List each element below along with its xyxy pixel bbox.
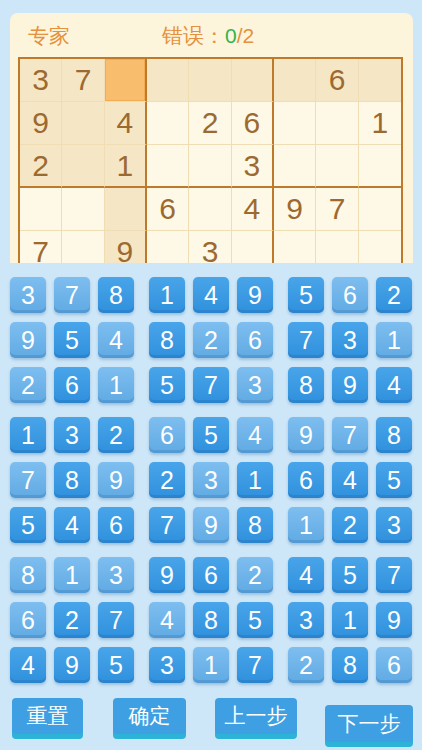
pad-tile-r6c1[interactable]: 5 [10,507,46,543]
board-cell-r4c2[interactable] [62,188,104,231]
pad-tile-r4c5[interactable]: 5 [193,417,229,453]
pad-tile-r3c1[interactable]: 2 [10,367,46,403]
board-cell-r1c6[interactable] [232,59,274,102]
board-cell-r3c2[interactable] [62,145,104,188]
number-pad-row: 954826731 [10,322,412,358]
board-cell-r1c4[interactable] [147,59,189,102]
pad-tile-r4c7[interactable]: 9 [288,417,324,453]
pad-tile-r5c1[interactable]: 7 [10,462,46,498]
board-cell-r5c8[interactable] [316,231,358,263]
board-cell-r5c1[interactable]: 7 [20,231,62,263]
board-cell-r5c2[interactable] [62,231,104,263]
pad-tile-r6c3[interactable]: 6 [98,507,134,543]
pad-tile-r8c7[interactable]: 3 [288,602,324,638]
board-cell-r5c3[interactable]: 9 [105,231,147,263]
board-cell-r4c6[interactable]: 4 [232,188,274,231]
board-cell-r4c1[interactable] [20,188,62,231]
pad-tile-r6c5[interactable]: 9 [193,507,229,543]
number-pad: 3781495629548267312615738941326549787892… [10,277,412,692]
pad-tile-r8c1[interactable]: 6 [10,602,46,638]
pad-tile-r1c8[interactable]: 6 [332,277,368,313]
pad-tile-r1c1[interactable]: 3 [10,277,46,313]
pad-tile-r7c6[interactable]: 2 [237,557,273,593]
board-cell-r1c1[interactable]: 3 [20,59,62,102]
pad-tile-r3c4[interactable]: 5 [149,367,185,403]
error-current: 0 [225,24,237,47]
number-pad-row: 627485319 [10,602,412,638]
board-cell-r3c1[interactable]: 2 [20,145,62,188]
board-cell-r2c9[interactable]: 1 [359,102,401,145]
confirm-button[interactable]: 确定 [113,698,186,734]
pad-tile-r4c4[interactable]: 6 [149,417,185,453]
pad-tile-r4c3[interactable]: 2 [98,417,134,453]
pad-tile-r2c6[interactable]: 6 [237,322,273,358]
number-pad-row: 789231645 [10,462,412,498]
board-cell-r3c5[interactable] [189,145,231,188]
pad-tile-r7c8[interactable]: 5 [332,557,368,593]
pad-tile-r2c9[interactable]: 1 [376,322,412,358]
pad-tile-r5c4[interactable]: 2 [149,462,185,498]
pad-tile-r7c1[interactable]: 8 [10,557,46,593]
pad-tile-r6c8[interactable]: 2 [332,507,368,543]
sudoku-board: 376942612136497793 [18,57,403,263]
difficulty-label: 专家 [28,22,70,50]
pad-tile-r7c4[interactable]: 9 [149,557,185,593]
board-cell-r3c9[interactable] [359,145,401,188]
board-cell-r5c5[interactable]: 3 [189,231,231,263]
pad-tile-r4c1[interactable]: 1 [10,417,46,453]
board-cell-r3c8[interactable] [316,145,358,188]
pad-tile-r5c9[interactable]: 5 [376,462,412,498]
number-pad-row: 495317286 [10,647,412,683]
pad-tile-r5c7[interactable]: 6 [288,462,324,498]
pad-tile-r6c2[interactable]: 4 [54,507,90,543]
pad-tile-r6c6[interactable]: 8 [237,507,273,543]
puzzle-panel: 专家 错误：0/2 376942612136497793 [10,13,413,263]
board-cell-r1c2[interactable]: 7 [62,59,104,102]
board-cell-r3c4[interactable] [147,145,189,188]
error-max: /2 [237,24,255,47]
board-cell-r2c7[interactable] [274,102,316,145]
board-cell-r5c4[interactable] [147,231,189,263]
app-background: 专家 错误：0/2 376942612136497793 37814956295… [0,0,422,750]
board-cell-r4c7[interactable]: 9 [274,188,316,231]
number-pad-row: 378149562 [10,277,412,313]
board-cell-r5c9[interactable] [359,231,401,263]
number-pad-row: 261573894 [10,367,412,403]
board-cell-r3c7[interactable] [274,145,316,188]
board-cell-r2c5[interactable]: 2 [189,102,231,145]
pad-tile-r5c2[interactable]: 8 [54,462,90,498]
pad-tile-r4c6[interactable]: 4 [237,417,273,453]
pad-tile-r7c2[interactable]: 1 [54,557,90,593]
pad-tile-r8c2[interactable]: 2 [54,602,90,638]
pad-tile-r6c9[interactable]: 3 [376,507,412,543]
pad-tile-r6c4[interactable]: 7 [149,507,185,543]
board-cell-r2c8[interactable] [316,102,358,145]
pad-tile-r1c6[interactable]: 9 [237,277,273,313]
board-cell-r4c5[interactable] [189,188,231,231]
board-cell-r5c7[interactable] [274,231,316,263]
pad-tile-r5c5[interactable]: 3 [193,462,229,498]
previous-step-button[interactable]: 上一步 [215,698,297,734]
board-cell-r2c1[interactable]: 9 [20,102,62,145]
pad-tile-r2c7[interactable]: 7 [288,322,324,358]
pad-tile-r6c7[interactable]: 1 [288,507,324,543]
pad-tile-r9c2[interactable]: 9 [54,647,90,683]
pad-tile-r9c9[interactable]: 6 [376,647,412,683]
pad-tile-r4c2[interactable]: 3 [54,417,90,453]
board-cell-r3c6[interactable]: 3 [232,145,274,188]
number-pad-row: 546798123 [10,507,412,543]
pad-tile-r7c3[interactable]: 3 [98,557,134,593]
pad-tile-r3c8[interactable]: 9 [332,367,368,403]
pad-tile-r3c5[interactable]: 7 [193,367,229,403]
pad-tile-r2c2[interactable]: 5 [54,322,90,358]
board-cell-r2c4[interactable] [147,102,189,145]
pad-tile-r9c6[interactable]: 7 [237,647,273,683]
error-label: 错误： [162,24,225,47]
pad-tile-r9c5[interactable]: 1 [193,647,229,683]
board-cell-r2c6[interactable]: 6 [232,102,274,145]
pad-tile-r7c7[interactable]: 4 [288,557,324,593]
pad-tile-r3c3[interactable]: 1 [98,367,134,403]
pad-tile-r5c6[interactable]: 1 [237,462,273,498]
board-cell-r4c3[interactable] [105,188,147,231]
pad-tile-r7c9[interactable]: 7 [376,557,412,593]
pad-tile-r2c4[interactable]: 8 [149,322,185,358]
pad-tile-r1c7[interactable]: 5 [288,277,324,313]
pad-tile-r2c8[interactable]: 3 [332,322,368,358]
next-step-button[interactable]: 下一步 [325,705,413,742]
pad-tile-r2c1[interactable]: 9 [10,322,46,358]
pad-tile-r1c9[interactable]: 2 [376,277,412,313]
pad-tile-r3c9[interactable]: 4 [376,367,412,403]
pad-tile-r3c2[interactable]: 6 [54,367,90,403]
board-cell-r3c3[interactable]: 1 [105,145,147,188]
pad-tile-r1c3[interactable]: 8 [98,277,134,313]
pad-tile-r2c5[interactable]: 2 [193,322,229,358]
pad-tile-r9c7[interactable]: 2 [288,647,324,683]
pad-tile-r4c9[interactable]: 8 [376,417,412,453]
pad-tile-r9c1[interactable]: 4 [10,647,46,683]
pad-tile-r1c5[interactable]: 4 [193,277,229,313]
pad-tile-r5c8[interactable]: 4 [332,462,368,498]
board-cell-r4c4[interactable]: 6 [147,188,189,231]
board-cell-r1c3[interactable] [105,59,147,102]
pad-tile-r7c5[interactable]: 6 [193,557,229,593]
number-pad-row: 813962457 [10,557,412,593]
pad-tile-r1c2[interactable]: 7 [54,277,90,313]
pad-tile-r1c4[interactable]: 1 [149,277,185,313]
pad-tile-r8c8[interactable]: 1 [332,602,368,638]
board-cell-r2c2[interactable] [62,102,104,145]
pad-tile-r9c3[interactable]: 5 [98,647,134,683]
pad-tile-r3c6[interactable]: 3 [237,367,273,403]
pad-tile-r8c3[interactable]: 7 [98,602,134,638]
pad-tile-r8c9[interactable]: 9 [376,602,412,638]
pad-tile-r9c4[interactable]: 3 [149,647,185,683]
board-cell-r4c9[interactable] [359,188,401,231]
board-cell-r2c3[interactable]: 4 [105,102,147,145]
number-pad-row: 132654978 [10,417,412,453]
pad-tile-r3c7[interactable]: 8 [288,367,324,403]
board-cell-r1c7[interactable] [274,59,316,102]
pad-tile-r5c3[interactable]: 9 [98,462,134,498]
pad-tile-r8c5[interactable]: 8 [193,602,229,638]
board-cell-r1c8[interactable]: 6 [316,59,358,102]
board-cell-r1c9[interactable] [359,59,401,102]
pad-tile-r8c4[interactable]: 4 [149,602,185,638]
pad-tile-r9c8[interactable]: 8 [332,647,368,683]
pad-tile-r2c3[interactable]: 4 [98,322,134,358]
error-counter: 错误：0/2 [162,22,254,50]
board-cell-r4c8[interactable]: 7 [316,188,358,231]
pad-tile-r8c6[interactable]: 5 [237,602,273,638]
board-cell-r5c6[interactable] [232,231,274,263]
reset-button[interactable]: 重置 [12,698,83,734]
pad-tile-r4c8[interactable]: 7 [332,417,368,453]
board-cell-r1c5[interactable] [189,59,231,102]
